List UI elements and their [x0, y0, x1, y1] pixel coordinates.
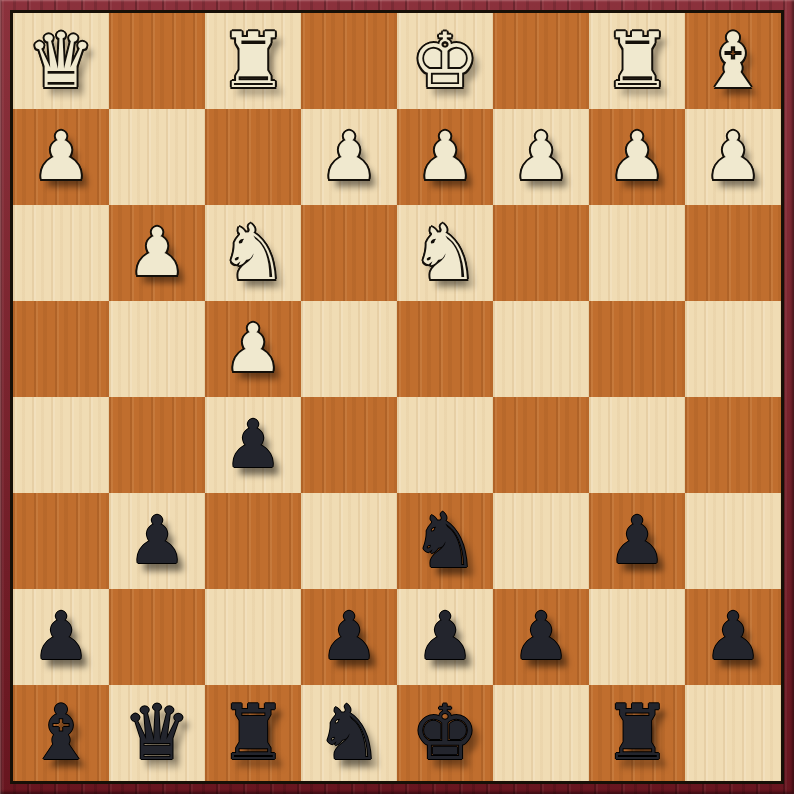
square-h8[interactable]: ♝: [13, 685, 109, 781]
square-f8[interactable]: ♜: [205, 685, 301, 781]
square-e4[interactable]: [301, 301, 397, 397]
white-knight[interactable]: ♞: [411, 205, 479, 301]
black-pawn[interactable]: ♟: [31, 589, 90, 685]
square-f7[interactable]: [205, 589, 301, 685]
black-pawn[interactable]: ♟: [319, 589, 378, 685]
white-pawn[interactable]: ♟: [127, 205, 186, 301]
square-a3[interactable]: [685, 205, 781, 301]
square-e3[interactable]: [301, 205, 397, 301]
square-f4[interactable]: ♟: [205, 301, 301, 397]
black-pawn[interactable]: ♟: [223, 397, 282, 493]
chess-board: ♛♜♚♜♝♟♟♟♟♟♟♟♞♞♟♟♟♞♟♟♟♟♟♟♝♛♜♞♚♜: [13, 13, 781, 781]
square-b5[interactable]: [589, 397, 685, 493]
square-e8[interactable]: ♞: [301, 685, 397, 781]
square-d7[interactable]: ♟: [397, 589, 493, 685]
square-f1[interactable]: ♜: [205, 13, 301, 109]
square-h6[interactable]: [13, 493, 109, 589]
square-f5[interactable]: ♟: [205, 397, 301, 493]
square-a5[interactable]: [685, 397, 781, 493]
square-d1[interactable]: ♚: [397, 13, 493, 109]
white-king[interactable]: ♚: [411, 13, 479, 109]
square-f6[interactable]: [205, 493, 301, 589]
square-e5[interactable]: [301, 397, 397, 493]
square-c4[interactable]: [493, 301, 589, 397]
square-b8[interactable]: ♜: [589, 685, 685, 781]
white-queen[interactable]: ♛: [27, 13, 95, 109]
white-pawn[interactable]: ♟: [31, 109, 90, 205]
square-e6[interactable]: [301, 493, 397, 589]
black-knight[interactable]: ♞: [411, 493, 479, 589]
square-d6[interactable]: ♞: [397, 493, 493, 589]
black-pawn[interactable]: ♟: [127, 493, 186, 589]
square-e1[interactable]: [301, 13, 397, 109]
square-g4[interactable]: [109, 301, 205, 397]
white-knight[interactable]: ♞: [219, 205, 287, 301]
square-g2[interactable]: [109, 109, 205, 205]
square-d8[interactable]: ♚: [397, 685, 493, 781]
square-d4[interactable]: [397, 301, 493, 397]
square-g3[interactable]: ♟: [109, 205, 205, 301]
square-a7[interactable]: ♟: [685, 589, 781, 685]
black-bishop[interactable]: ♝: [27, 685, 95, 781]
square-g5[interactable]: [109, 397, 205, 493]
square-b1[interactable]: ♜: [589, 13, 685, 109]
square-c2[interactable]: ♟: [493, 109, 589, 205]
square-c1[interactable]: [493, 13, 589, 109]
black-knight[interactable]: ♞: [315, 685, 383, 781]
square-c8[interactable]: [493, 685, 589, 781]
white-pawn[interactable]: ♟: [511, 109, 570, 205]
square-c3[interactable]: [493, 205, 589, 301]
black-rook[interactable]: ♜: [603, 685, 671, 781]
square-h5[interactable]: [13, 397, 109, 493]
square-h2[interactable]: ♟: [13, 109, 109, 205]
square-d5[interactable]: [397, 397, 493, 493]
square-e2[interactable]: ♟: [301, 109, 397, 205]
square-g8[interactable]: ♛: [109, 685, 205, 781]
square-b3[interactable]: [589, 205, 685, 301]
white-pawn[interactable]: ♟: [223, 301, 282, 397]
square-g6[interactable]: ♟: [109, 493, 205, 589]
square-b4[interactable]: [589, 301, 685, 397]
white-pawn[interactable]: ♟: [703, 109, 762, 205]
square-c6[interactable]: [493, 493, 589, 589]
square-h1[interactable]: ♛: [13, 13, 109, 109]
square-b6[interactable]: ♟: [589, 493, 685, 589]
square-b7[interactable]: [589, 589, 685, 685]
square-c7[interactable]: ♟: [493, 589, 589, 685]
black-pawn[interactable]: ♟: [415, 589, 474, 685]
square-a8[interactable]: [685, 685, 781, 781]
square-h4[interactable]: [13, 301, 109, 397]
black-rook[interactable]: ♜: [219, 685, 287, 781]
black-pawn[interactable]: ♟: [703, 589, 762, 685]
square-f2[interactable]: [205, 109, 301, 205]
square-h3[interactable]: [13, 205, 109, 301]
black-pawn[interactable]: ♟: [511, 589, 570, 685]
white-bishop[interactable]: ♝: [699, 13, 767, 109]
board-frame: ♛♜♚♜♝♟♟♟♟♟♟♟♞♞♟♟♟♞♟♟♟♟♟♟♝♛♜♞♚♜: [0, 0, 794, 794]
black-pawn[interactable]: ♟: [607, 493, 666, 589]
square-e7[interactable]: ♟: [301, 589, 397, 685]
square-b2[interactable]: ♟: [589, 109, 685, 205]
square-h7[interactable]: ♟: [13, 589, 109, 685]
black-queen[interactable]: ♛: [123, 685, 191, 781]
square-a6[interactable]: [685, 493, 781, 589]
square-f3[interactable]: ♞: [205, 205, 301, 301]
square-a4[interactable]: [685, 301, 781, 397]
square-g7[interactable]: [109, 589, 205, 685]
square-g1[interactable]: [109, 13, 205, 109]
black-king[interactable]: ♚: [411, 685, 479, 781]
white-pawn[interactable]: ♟: [607, 109, 666, 205]
white-rook[interactable]: ♜: [219, 13, 287, 109]
square-a1[interactable]: ♝: [685, 13, 781, 109]
square-d2[interactable]: ♟: [397, 109, 493, 205]
white-rook[interactable]: ♜: [603, 13, 671, 109]
board-inner-border: ♛♜♚♜♝♟♟♟♟♟♟♟♞♞♟♟♟♞♟♟♟♟♟♟♝♛♜♞♚♜: [10, 10, 784, 784]
square-a2[interactable]: ♟: [685, 109, 781, 205]
square-c5[interactable]: [493, 397, 589, 493]
white-pawn[interactable]: ♟: [415, 109, 474, 205]
white-pawn[interactable]: ♟: [319, 109, 378, 205]
square-d3[interactable]: ♞: [397, 205, 493, 301]
